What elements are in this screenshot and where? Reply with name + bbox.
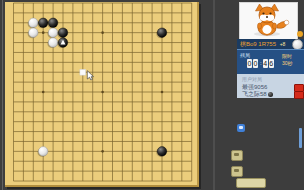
clock-label: 残局 (240, 52, 250, 58)
clock-info-line1: 限时 (282, 53, 293, 60)
clock-section: 残局 00:46 限时 30秒 (237, 49, 304, 75)
user-name-label: 棋Bo9 1R755 (240, 41, 276, 47)
fox-mascot-card (239, 2, 298, 40)
clock-digit: 0 (253, 59, 258, 68)
clock-colon: : (260, 59, 262, 68)
hover-square (80, 69, 86, 75)
stones (28, 18, 167, 157)
player-name: 飞之际58 (242, 91, 267, 97)
player-row: 最强9056 (242, 84, 267, 91)
black-stone-icon (268, 92, 273, 97)
players-section: 用户对局 最强9056飞之际58 (237, 74, 304, 98)
clock-digit: 4 (263, 59, 268, 68)
player-name: 最强9056 (242, 84, 267, 90)
coin-icon (297, 31, 303, 37)
emote-tool-icon[interactable] (231, 150, 243, 161)
action-button[interactable] (294, 91, 304, 99)
clock-digit: 6 (269, 59, 274, 68)
fox-mascot-icon (240, 3, 295, 37)
go-board[interactable] (5, 2, 199, 187)
game-clock: 00:46 (247, 59, 275, 68)
app-window: 棋Bo9 1R755 +8 残局 00:46 限时 30秒 用户对局 最强905… (0, 0, 304, 190)
clock-digit: 0 (247, 59, 252, 68)
user-rating-delta: +8 (280, 41, 286, 47)
window-edge-line (2, 0, 3, 190)
player-row: 飞之际58 (242, 91, 273, 98)
settings-tool-icon[interactable] (231, 166, 243, 177)
scrollbar-thumb[interactable] (299, 128, 302, 148)
clock-info: 限时 30秒 (282, 53, 293, 67)
chat-input-bar[interactable] (236, 178, 266, 188)
clock-info-line2: 30秒 (282, 60, 293, 67)
go-board-grid[interactable] (5, 2, 197, 185)
players-header: 用户对局 (242, 76, 262, 82)
chat-bubble-icon[interactable] (237, 124, 245, 132)
panel-divider (213, 0, 215, 190)
